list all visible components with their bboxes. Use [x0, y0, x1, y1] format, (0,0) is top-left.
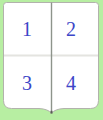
- quadrant-grid: 1 2 3 4: [3, 2, 99, 109]
- page-layout-diagram: 1 2 3 4: [0, 0, 103, 120]
- cell-2-label: 2: [66, 19, 76, 39]
- cell-3: 3: [3, 56, 51, 110]
- cell-4-label: 4: [66, 73, 76, 93]
- cell-1-label: 1: [22, 19, 32, 39]
- cell-4: 4: [51, 56, 99, 110]
- spine-tip: [51, 111, 53, 114]
- cell-2: 2: [51, 2, 99, 56]
- cell-3-label: 3: [22, 73, 32, 93]
- cell-1: 1: [3, 2, 51, 56]
